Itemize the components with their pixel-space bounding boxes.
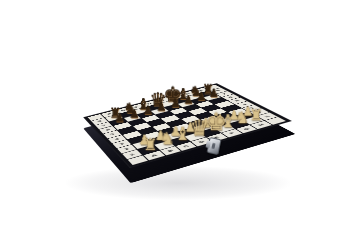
chess-set-photo: ABCDEFGH8♜♞♝♛♚♝♞♜87♟♟♟♟♟♟♟♟7665544332♟♟♟… [0,0,354,245]
board-shadow [66,166,290,200]
chess-board: ABCDEFGH8♜♞♝♛♚♝♞♜87♟♟♟♟♟♟♟♟7665544332♟♟♟… [83,83,292,168]
